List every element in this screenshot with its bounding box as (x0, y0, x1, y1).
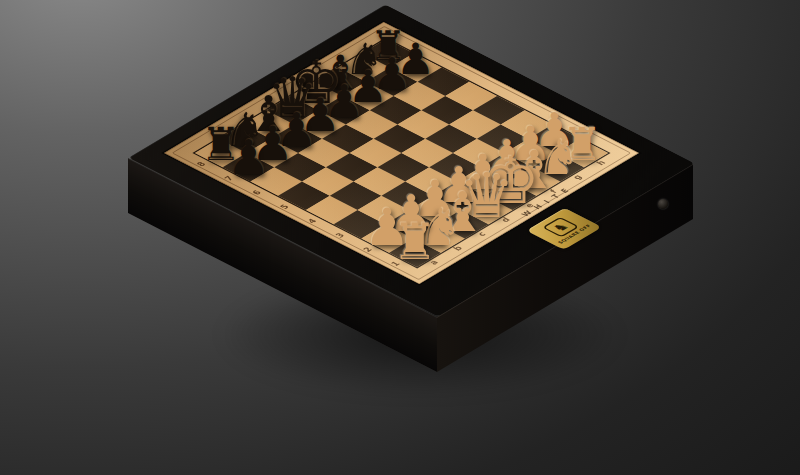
piece-black-pawn-a7[interactable]: ♟ (201, 134, 297, 182)
piece-white-rook-a1[interactable]: ♜ (365, 218, 465, 268)
power-button[interactable] (658, 199, 668, 209)
scene-background: ♞ SQUARE OFF 12345678abcdefgh WHITE ♜♞♝♛… (0, 0, 800, 475)
